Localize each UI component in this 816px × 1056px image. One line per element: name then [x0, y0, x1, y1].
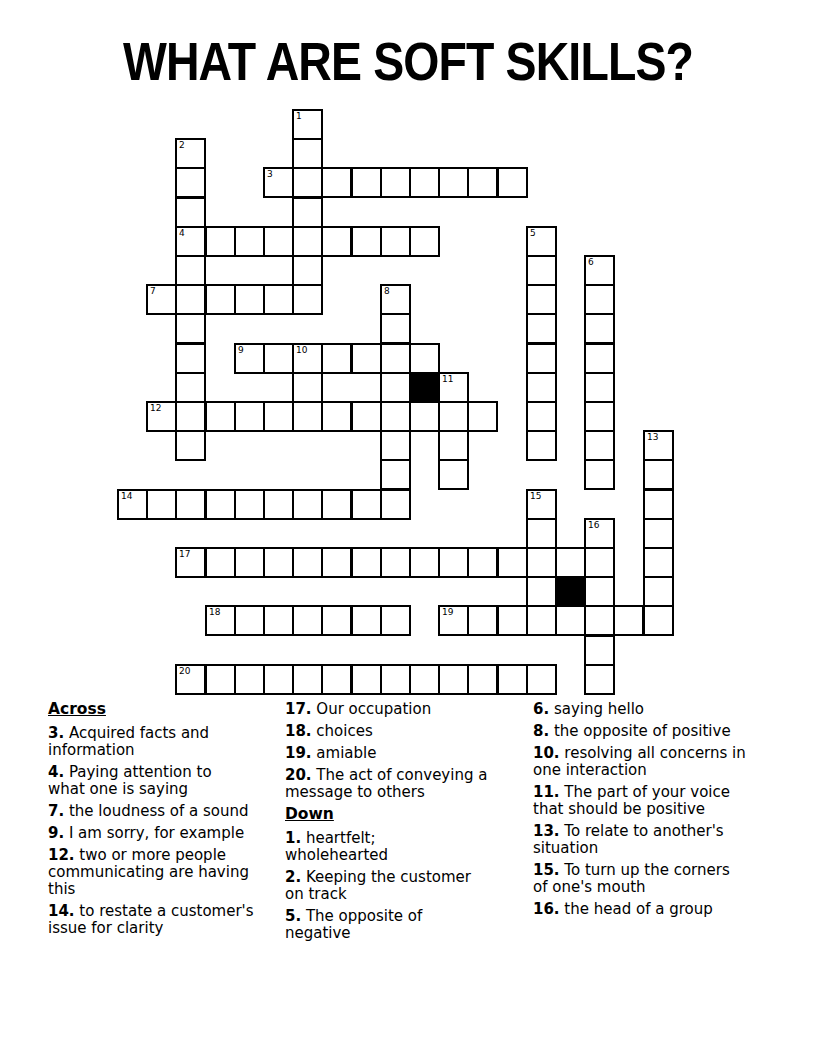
- crossword-cell[interactable]: [292, 167, 323, 198]
- clue-number-label: 6.: [533, 700, 549, 718]
- crossword-cell[interactable]: [497, 605, 528, 636]
- crossword-cell[interactable]: 6: [584, 255, 615, 286]
- crossword-cell[interactable]: [584, 343, 615, 374]
- crossword-cell[interactable]: [526, 576, 557, 607]
- down-clue-15: 15. To turn up the corners of one's mout…: [533, 862, 795, 896]
- crossword-cell[interactable]: [380, 372, 411, 403]
- crossword-cell[interactable]: [380, 226, 411, 257]
- crossword-cell[interactable]: [526, 430, 557, 461]
- down-clue-16: 16. the head of a group: [533, 901, 795, 918]
- clue-text: To turn up the corners of one's mouth: [533, 861, 730, 896]
- crossword-cell[interactable]: [438, 167, 469, 198]
- crossword-cell[interactable]: [526, 605, 557, 636]
- crossword-cell[interactable]: [205, 489, 236, 520]
- crossword-cell[interactable]: [380, 313, 411, 344]
- crossword-cell[interactable]: [526, 313, 557, 344]
- across-clue-7: 7. the loudness of a sound: [48, 803, 280, 820]
- clue-number-label: 9.: [48, 824, 64, 842]
- crossword-cell[interactable]: [380, 489, 411, 520]
- crossword-cell[interactable]: [467, 401, 498, 432]
- clue-text: heartfelt; wholehearted: [285, 829, 388, 864]
- crossword-cell[interactable]: [526, 372, 557, 403]
- crossword-cell[interactable]: [584, 401, 615, 432]
- clue-number-label: 19.: [285, 744, 312, 762]
- crossword-cell[interactable]: [438, 430, 469, 461]
- crossword-cell[interactable]: 12: [146, 401, 177, 432]
- crossword-cell[interactable]: [292, 284, 323, 315]
- clue-text: the loudness of a sound: [64, 802, 248, 820]
- crossword-cell[interactable]: [234, 664, 265, 695]
- clue-text: The opposite of negative: [285, 907, 422, 942]
- crossword-cell[interactable]: 14: [117, 489, 148, 520]
- crossword-cell[interactable]: [467, 167, 498, 198]
- crossword-cell[interactable]: [234, 547, 265, 578]
- clue-number-label: 5.: [285, 907, 301, 925]
- crossword-cell[interactable]: [380, 664, 411, 695]
- crossword-cell[interactable]: [175, 167, 206, 198]
- crossword-cell[interactable]: [584, 430, 615, 461]
- crossword-grid: 1234567891011121314151617181920: [117, 109, 707, 699]
- crossword-cell[interactable]: 20: [175, 664, 206, 695]
- crossword-cell[interactable]: [584, 605, 615, 636]
- across-clue-19: 19. amiable: [285, 745, 517, 762]
- crossword-cell[interactable]: [380, 605, 411, 636]
- crossword-cell[interactable]: [584, 635, 615, 666]
- crossword-cell[interactable]: [497, 547, 528, 578]
- down-clue-10: 10. resolving all concerns in one intera…: [533, 745, 795, 779]
- crossword-cell[interactable]: [555, 605, 586, 636]
- across-clue-12: 12. two or more people communicating are…: [48, 847, 280, 898]
- crossword-cell[interactable]: [205, 547, 236, 578]
- crossword-cell[interactable]: [526, 518, 557, 549]
- crossword-cell[interactable]: [643, 605, 674, 636]
- down-header: Down: [285, 806, 517, 823]
- clue-number-label: 4.: [48, 763, 64, 781]
- page: WHAT ARE SOFT SKILLS? 123456789101112131…: [0, 0, 816, 1056]
- clue-number: 20: [179, 666, 190, 677]
- black-cell: [409, 372, 440, 403]
- crossword-cell[interactable]: [321, 489, 352, 520]
- across-clue-4: 4. Paying attention to what one is sayin…: [48, 764, 280, 798]
- crossword-cell[interactable]: [175, 197, 206, 228]
- crossword-cell[interactable]: [409, 401, 440, 432]
- clue-text: The act of conveying a message to others: [285, 766, 487, 801]
- clue-number: 12: [150, 403, 161, 414]
- crossword-cell[interactable]: 8: [380, 284, 411, 315]
- crossword-cell[interactable]: 9: [234, 343, 265, 374]
- clue-text: the opposite of positive: [549, 722, 730, 740]
- clue-number-label: 8.: [533, 722, 549, 740]
- crossword-cell[interactable]: [643, 489, 674, 520]
- clue-text: The part of your voice that should be po…: [533, 783, 730, 818]
- down-clue-5: 5. The opposite of negative: [285, 908, 517, 942]
- across-clues-group-1: 3. Acquired facts and information4. Payi…: [48, 725, 280, 937]
- crossword-cell[interactable]: [380, 430, 411, 461]
- clue-number: 9: [238, 345, 244, 356]
- crossword-cell[interactable]: [380, 401, 411, 432]
- crossword-cell[interactable]: [263, 284, 294, 315]
- crossword-cell[interactable]: [351, 664, 382, 695]
- clue-number: 15: [530, 491, 541, 502]
- crossword-cell[interactable]: [584, 576, 615, 607]
- down-clue-13: 13. To relate to another's situation: [533, 823, 795, 857]
- crossword-cell[interactable]: 7: [146, 284, 177, 315]
- clue-number: 3: [267, 169, 273, 180]
- crossword-cell[interactable]: [409, 226, 440, 257]
- down-clue-1: 1. heartfelt; wholehearted: [285, 830, 517, 864]
- crossword-cell[interactable]: [526, 255, 557, 286]
- crossword-cell[interactable]: [321, 605, 352, 636]
- crossword-cell[interactable]: [467, 605, 498, 636]
- crossword-cell[interactable]: [438, 547, 469, 578]
- crossword-cell[interactable]: [263, 226, 294, 257]
- crossword-cell[interactable]: [234, 226, 265, 257]
- crossword-cell[interactable]: [205, 401, 236, 432]
- crossword-cell[interactable]: [409, 167, 440, 198]
- clue-text: Our occupation: [312, 700, 432, 718]
- down-clues-group-1: 1. heartfelt; wholehearted2. Keeping the…: [285, 830, 517, 942]
- crossword-cell[interactable]: [526, 401, 557, 432]
- crossword-cell[interactable]: [292, 489, 323, 520]
- crossword-cell[interactable]: [175, 430, 206, 461]
- crossword-cell[interactable]: 18: [205, 605, 236, 636]
- crossword-cell[interactable]: [292, 226, 323, 257]
- clue-column-right: 6. saying hello8. the opposite of positi…: [533, 701, 795, 923]
- clue-number: 14: [121, 491, 132, 502]
- crossword-cell[interactable]: [380, 459, 411, 490]
- clue-number: 16: [588, 520, 599, 531]
- crossword-cell[interactable]: [380, 547, 411, 578]
- crossword-cell[interactable]: [263, 401, 294, 432]
- crossword-cell[interactable]: 1: [292, 109, 323, 140]
- crossword-cell[interactable]: [497, 167, 528, 198]
- clue-number: 11: [442, 374, 453, 385]
- crossword-cell[interactable]: 11: [438, 372, 469, 403]
- across-clue-20: 20. The act of conveying a message to ot…: [285, 767, 517, 801]
- crossword-cell[interactable]: [438, 401, 469, 432]
- crossword-cell[interactable]: [321, 167, 352, 198]
- clue-number-label: 15.: [533, 861, 560, 879]
- crossword-cell[interactable]: [175, 489, 206, 520]
- crossword-cell[interactable]: [526, 664, 557, 695]
- crossword-cell[interactable]: 19: [438, 605, 469, 636]
- crossword-cell[interactable]: [643, 576, 674, 607]
- crossword-cell[interactable]: 15: [526, 489, 557, 520]
- clue-text: to restate a customer's issue for clarit…: [48, 902, 254, 937]
- crossword-cell[interactable]: [175, 284, 206, 315]
- down-clue-6: 6. saying hello: [533, 701, 795, 718]
- clue-number: 10: [296, 345, 307, 356]
- clue-number: 19: [442, 607, 453, 618]
- crossword-cell[interactable]: [351, 605, 382, 636]
- crossword-cell[interactable]: [497, 664, 528, 695]
- clue-number-label: 14.: [48, 902, 75, 920]
- crossword-cell[interactable]: [643, 518, 674, 549]
- down-clue-2: 2. Keeping the customer on track: [285, 869, 517, 903]
- crossword-cell[interactable]: [175, 372, 206, 403]
- crossword-cell[interactable]: [263, 489, 294, 520]
- clue-text: resolving all concerns in one interactio…: [533, 744, 746, 779]
- crossword-cell[interactable]: [467, 664, 498, 695]
- crossword-cell[interactable]: [292, 197, 323, 228]
- crossword-cell[interactable]: [175, 255, 206, 286]
- clue-number-label: 16.: [533, 900, 560, 918]
- crossword-cell[interactable]: [380, 343, 411, 374]
- across-clue-18: 18. choices: [285, 723, 517, 740]
- across-clue-9: 9. I am sorry, for example: [48, 825, 280, 842]
- clue-number-label: 13.: [533, 822, 560, 840]
- crossword-cell[interactable]: [263, 343, 294, 374]
- crossword-cell[interactable]: [351, 401, 382, 432]
- clue-number: 1: [296, 111, 302, 122]
- crossword-cell[interactable]: 5: [526, 226, 557, 257]
- crossword-cell[interactable]: 10: [292, 343, 323, 374]
- black-cell: [555, 576, 586, 607]
- crossword-cell[interactable]: [263, 605, 294, 636]
- crossword-cell[interactable]: [146, 489, 177, 520]
- clue-text: the head of a group: [560, 900, 713, 918]
- crossword-cell[interactable]: [234, 489, 265, 520]
- crossword-cell[interactable]: 16: [584, 518, 615, 549]
- crossword-cell[interactable]: [321, 226, 352, 257]
- clue-column-left: Across 3. Acquired facts and information…: [48, 701, 280, 942]
- clue-text: choices: [312, 722, 373, 740]
- page-title: WHAT ARE SOFT SKILLS?: [57, 30, 759, 92]
- crossword-cell[interactable]: [643, 547, 674, 578]
- crossword-cell[interactable]: [292, 255, 323, 286]
- clue-number: 2: [179, 140, 185, 151]
- crossword-cell[interactable]: [263, 547, 294, 578]
- crossword-cell[interactable]: [351, 489, 382, 520]
- clue-number-label: 10.: [533, 744, 560, 762]
- crossword-cell[interactable]: [380, 167, 411, 198]
- crossword-cell[interactable]: [438, 459, 469, 490]
- crossword-cell[interactable]: [175, 401, 206, 432]
- clue-number: 17: [179, 549, 190, 560]
- crossword-cell[interactable]: [351, 343, 382, 374]
- clue-text: amiable: [312, 744, 377, 762]
- crossword-cell[interactable]: [351, 547, 382, 578]
- crossword-cell[interactable]: [409, 664, 440, 695]
- clue-number-label: 17.: [285, 700, 312, 718]
- clue-column-middle: 17. Our occupation18. choices19. amiable…: [285, 701, 517, 947]
- clue-number: 13: [647, 432, 658, 443]
- crossword-cell[interactable]: [584, 284, 615, 315]
- crossword-cell[interactable]: [292, 664, 323, 695]
- crossword-cell[interactable]: [292, 372, 323, 403]
- crossword-cell[interactable]: [351, 226, 382, 257]
- clue-text: two or more people communicating are hav…: [48, 846, 249, 898]
- crossword-cell[interactable]: [613, 605, 644, 636]
- crossword-cell[interactable]: [175, 313, 206, 344]
- crossword-cell[interactable]: [584, 459, 615, 490]
- crossword-cell[interactable]: 3: [263, 167, 294, 198]
- clue-text: To relate to another's situation: [533, 822, 724, 857]
- crossword-cell[interactable]: [205, 226, 236, 257]
- clue-number-label: 1.: [285, 829, 301, 847]
- crossword-cell[interactable]: [292, 605, 323, 636]
- crossword-cell[interactable]: [234, 401, 265, 432]
- crossword-cell[interactable]: [409, 343, 440, 374]
- crossword-cell[interactable]: [555, 547, 586, 578]
- crossword-cell[interactable]: [292, 138, 323, 169]
- crossword-cell[interactable]: [175, 343, 206, 374]
- crossword-cell[interactable]: [584, 664, 615, 695]
- crossword-cell[interactable]: 2: [175, 138, 206, 169]
- down-clue-11: 11. The part of your voice that should b…: [533, 784, 795, 818]
- clue-number: 4: [179, 228, 185, 239]
- crossword-cell[interactable]: [409, 547, 440, 578]
- crossword-cell[interactable]: [467, 547, 498, 578]
- across-clue-17: 17. Our occupation: [285, 701, 517, 718]
- crossword-cell[interactable]: [292, 401, 323, 432]
- across-clues-group-2: 17. Our occupation18. choices19. amiable…: [285, 701, 517, 801]
- crossword-cell[interactable]: [526, 343, 557, 374]
- crossword-cell[interactable]: [584, 372, 615, 403]
- clue-text: I am sorry, for example: [64, 824, 244, 842]
- crossword-cell[interactable]: [321, 343, 352, 374]
- down-clue-8: 8. the opposite of positive: [533, 723, 795, 740]
- clue-text: Keeping the customer on track: [285, 868, 471, 903]
- across-header: Across: [48, 701, 280, 718]
- crossword-cell[interactable]: 17: [175, 547, 206, 578]
- clue-number: 5: [530, 228, 536, 239]
- crossword-cell[interactable]: [351, 167, 382, 198]
- crossword-cell[interactable]: [321, 401, 352, 432]
- crossword-cell[interactable]: [321, 664, 352, 695]
- across-clue-14: 14. to restate a customer's issue for cl…: [48, 903, 280, 937]
- clue-number-label: 3.: [48, 724, 64, 742]
- clue-number: 8: [384, 286, 390, 297]
- clue-number-label: 18.: [285, 722, 312, 740]
- crossword-cell[interactable]: [438, 664, 469, 695]
- crossword-cell[interactable]: [205, 284, 236, 315]
- clue-number: 6: [588, 257, 594, 268]
- clue-number-label: 20.: [285, 766, 312, 784]
- clue-number-label: 11.: [533, 783, 560, 801]
- clue-number-label: 7.: [48, 802, 64, 820]
- clue-number: 18: [209, 607, 220, 618]
- clue-text: Paying attention to what one is saying: [48, 763, 212, 798]
- crossword-cell[interactable]: 13: [643, 430, 674, 461]
- down-clues-group-2: 6. saying hello8. the opposite of positi…: [533, 701, 795, 918]
- crossword-cell[interactable]: [584, 313, 615, 344]
- crossword-cell[interactable]: 4: [175, 226, 206, 257]
- crossword-cell[interactable]: [643, 459, 674, 490]
- crossword-cell[interactable]: [205, 664, 236, 695]
- clue-number-label: 12.: [48, 846, 75, 864]
- crossword-cell[interactable]: [584, 547, 615, 578]
- across-clue-3: 3. Acquired facts and information: [48, 725, 280, 759]
- crossword-cell[interactable]: [526, 547, 557, 578]
- crossword-cell[interactable]: [234, 284, 265, 315]
- clue-number-label: 2.: [285, 868, 301, 886]
- clue-number: 7: [150, 286, 156, 297]
- crossword-cell[interactable]: [321, 547, 352, 578]
- crossword-cell[interactable]: [292, 547, 323, 578]
- crossword-cell[interactable]: [526, 284, 557, 315]
- crossword-cell[interactable]: [234, 605, 265, 636]
- clue-text: saying hello: [549, 700, 644, 718]
- clue-text: Acquired facts and information: [48, 724, 209, 759]
- crossword-cell[interactable]: [263, 664, 294, 695]
